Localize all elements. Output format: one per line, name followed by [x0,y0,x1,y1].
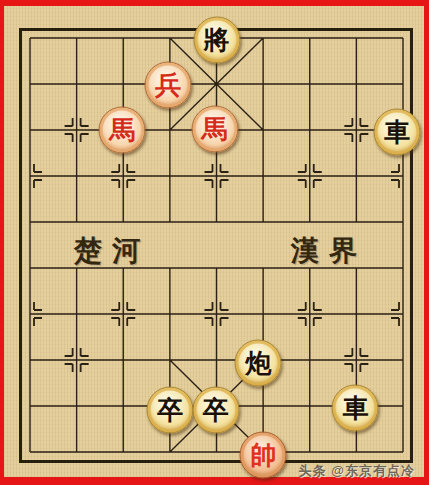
watermark-text: 头条 @东京有点冷 [299,462,415,480]
piece-帥-red[interactable]: 帥 [240,432,287,479]
piece-車-black[interactable]: 車 [332,385,379,432]
piece-馬-red[interactable]: 馬 [99,107,146,154]
piece-炮-black[interactable]: 炮 [235,340,282,387]
xiangqi-app: 楚河 漢界 將兵馬馬車炮卒卒車帥 头条 @东京有点冷 [0,0,429,485]
piece-馬-red[interactable]: 馬 [191,106,238,153]
piece-將-black[interactable]: 將 [193,17,240,64]
piece-卒-black[interactable]: 卒 [146,387,193,434]
piece-車-black[interactable]: 車 [374,109,421,156]
photo-paper-background: 楚河 漢界 將兵馬馬車炮卒卒車帥 头条 @东京有点冷 [4,6,424,477]
piece-卒-black[interactable]: 卒 [192,387,239,434]
piece-兵-red[interactable]: 兵 [144,62,191,109]
